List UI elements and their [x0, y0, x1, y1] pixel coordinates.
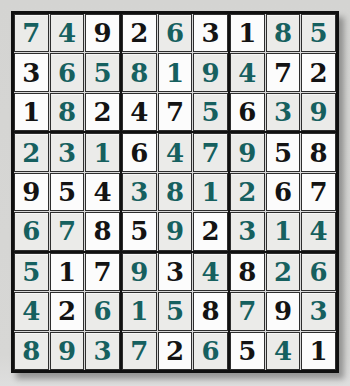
- cell-r6c3[interactable]: 8: [85, 212, 120, 250]
- cell-r1c3[interactable]: 9: [85, 14, 120, 52]
- cell-r6c8[interactable]: 1: [266, 212, 301, 250]
- cell-r4c7[interactable]: 9: [230, 133, 265, 171]
- cell-r6c6[interactable]: 2: [193, 212, 228, 250]
- cell-r5c2[interactable]: 5: [50, 173, 85, 211]
- cell-r3c5[interactable]: 7: [158, 93, 193, 131]
- cell-r1c8[interactable]: 8: [266, 14, 301, 52]
- cell-r7c2[interactable]: 1: [50, 253, 85, 291]
- cell-r8c9[interactable]: 3: [301, 292, 336, 330]
- cell-r4c2[interactable]: 3: [50, 133, 85, 171]
- cell-r3c1[interactable]: 1: [14, 93, 49, 131]
- cell-r2c1[interactable]: 3: [14, 53, 49, 91]
- cell-r4c6[interactable]: 7: [193, 133, 228, 171]
- cell-r5c6[interactable]: 1: [193, 173, 228, 211]
- cell-r3c7[interactable]: 6: [230, 93, 265, 131]
- cell-r1c5[interactable]: 6: [158, 14, 193, 52]
- cell-r2c9[interactable]: 2: [301, 53, 336, 91]
- sudoku-box-3-3: 826793541: [230, 253, 336, 370]
- cell-r9c3[interactable]: 3: [85, 332, 120, 370]
- cell-r1c2[interactable]: 4: [50, 14, 85, 52]
- cell-r2c5[interactable]: 1: [158, 53, 193, 91]
- cell-r5c3[interactable]: 4: [85, 173, 120, 211]
- cell-r9c1[interactable]: 8: [14, 332, 49, 370]
- cell-r5c7[interactable]: 2: [230, 173, 265, 211]
- cell-r2c4[interactable]: 8: [122, 53, 157, 91]
- cell-r5c4[interactable]: 3: [122, 173, 157, 211]
- cell-r7c5[interactable]: 3: [158, 253, 193, 291]
- cell-r1c6[interactable]: 3: [193, 14, 228, 52]
- sudoku-box-1-3: 185472639: [230, 14, 336, 131]
- cell-r5c5[interactable]: 8: [158, 173, 193, 211]
- sudoku-box-3-1: 517426893: [14, 253, 120, 370]
- cell-r2c6[interactable]: 9: [193, 53, 228, 91]
- cell-r3c8[interactable]: 3: [266, 93, 301, 131]
- cell-r1c4[interactable]: 2: [122, 14, 157, 52]
- cell-r6c5[interactable]: 9: [158, 212, 193, 250]
- cell-r5c1[interactable]: 9: [14, 173, 49, 211]
- cell-r8c5[interactable]: 5: [158, 292, 193, 330]
- cell-r6c1[interactable]: 6: [14, 212, 49, 250]
- cell-r3c6[interactable]: 5: [193, 93, 228, 131]
- cell-r2c8[interactable]: 7: [266, 53, 301, 91]
- cell-r8c4[interactable]: 1: [122, 292, 157, 330]
- cell-r2c3[interactable]: 5: [85, 53, 120, 91]
- sudoku-box-3-2: 934158726: [122, 253, 228, 370]
- cell-r9c2[interactable]: 9: [50, 332, 85, 370]
- cell-r2c7[interactable]: 4: [230, 53, 265, 91]
- cell-r8c3[interactable]: 6: [85, 292, 120, 330]
- sudoku-box-2-1: 231954678: [14, 133, 120, 250]
- cell-r1c9[interactable]: 5: [301, 14, 336, 52]
- cell-r8c7[interactable]: 7: [230, 292, 265, 330]
- cell-r7c3[interactable]: 7: [85, 253, 120, 291]
- cell-r8c6[interactable]: 8: [193, 292, 228, 330]
- cell-r9c7[interactable]: 5: [230, 332, 265, 370]
- cell-r4c1[interactable]: 2: [14, 133, 49, 171]
- cell-r8c2[interactable]: 2: [50, 292, 85, 330]
- sudoku-box-1-2: 263819475: [122, 14, 228, 131]
- cell-r8c1[interactable]: 4: [14, 292, 49, 330]
- cell-r7c4[interactable]: 9: [122, 253, 157, 291]
- cell-r9c9[interactable]: 1: [301, 332, 336, 370]
- cell-r6c4[interactable]: 5: [122, 212, 157, 250]
- page-background: 7493651822638194751854726392319546786473…: [0, 0, 350, 386]
- cell-r1c1[interactable]: 7: [14, 14, 49, 52]
- cell-r4c5[interactable]: 4: [158, 133, 193, 171]
- sudoku-box-2-2: 647381592: [122, 133, 228, 250]
- cell-r9c4[interactable]: 7: [122, 332, 157, 370]
- cell-r3c2[interactable]: 8: [50, 93, 85, 131]
- cell-r5c9[interactable]: 7: [301, 173, 336, 211]
- cell-r3c3[interactable]: 2: [85, 93, 120, 131]
- cell-r2c2[interactable]: 6: [50, 53, 85, 91]
- cell-r4c4[interactable]: 6: [122, 133, 157, 171]
- sudoku-board: 7493651822638194751854726392319546786473…: [11, 11, 339, 373]
- cell-r7c8[interactable]: 2: [266, 253, 301, 291]
- cell-r8c8[interactable]: 9: [266, 292, 301, 330]
- cell-r6c2[interactable]: 7: [50, 212, 85, 250]
- cell-r6c7[interactable]: 3: [230, 212, 265, 250]
- cell-r7c6[interactable]: 4: [193, 253, 228, 291]
- cell-r9c6[interactable]: 6: [193, 332, 228, 370]
- cell-r7c7[interactable]: 8: [230, 253, 265, 291]
- cell-r6c9[interactable]: 4: [301, 212, 336, 250]
- cell-r9c5[interactable]: 2: [158, 332, 193, 370]
- cell-r1c7[interactable]: 1: [230, 14, 265, 52]
- sudoku-box-2-3: 958267314: [230, 133, 336, 250]
- cell-r7c1[interactable]: 5: [14, 253, 49, 291]
- cell-r4c9[interactable]: 8: [301, 133, 336, 171]
- cell-r3c4[interactable]: 4: [122, 93, 157, 131]
- cell-r5c8[interactable]: 6: [266, 173, 301, 211]
- sudoku-box-1-1: 749365182: [14, 14, 120, 131]
- cell-r3c9[interactable]: 9: [301, 93, 336, 131]
- cell-r7c9[interactable]: 6: [301, 253, 336, 291]
- cell-r4c3[interactable]: 1: [85, 133, 120, 171]
- cell-r4c8[interactable]: 5: [266, 133, 301, 171]
- cell-r9c8[interactable]: 4: [266, 332, 301, 370]
